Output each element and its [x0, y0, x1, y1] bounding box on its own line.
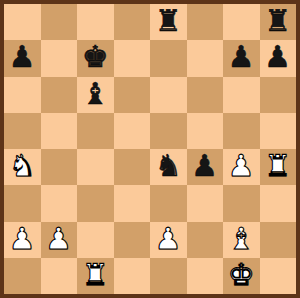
white-pawn-piece[interactable]: ♟ [228, 151, 255, 181]
square-c2[interactable] [77, 222, 114, 258]
square-b2[interactable]: ♟ [41, 222, 78, 258]
square-a8[interactable] [4, 4, 41, 40]
square-d5[interactable] [114, 113, 151, 149]
square-c5[interactable] [77, 113, 114, 149]
square-e5[interactable] [150, 113, 187, 149]
square-h2[interactable] [260, 222, 297, 258]
black-pawn-piece[interactable]: ♟ [264, 42, 291, 72]
square-c8[interactable] [77, 4, 114, 40]
square-a3[interactable] [4, 185, 41, 221]
square-d2[interactable] [114, 222, 151, 258]
white-rook-piece[interactable]: ♜ [264, 151, 291, 181]
square-a6[interactable] [4, 77, 41, 113]
square-b6[interactable] [41, 77, 78, 113]
white-pawn-piece[interactable]: ♟ [9, 224, 36, 254]
black-rook-piece[interactable]: ♜ [155, 6, 182, 36]
square-f4[interactable]: ♟ [187, 149, 224, 185]
square-e7[interactable] [150, 40, 187, 76]
square-a4[interactable]: ♞ [4, 149, 41, 185]
square-c1[interactable]: ♜ [77, 258, 114, 294]
square-e8[interactable]: ♜ [150, 4, 187, 40]
square-b4[interactable] [41, 149, 78, 185]
black-bishop-piece[interactable]: ♝ [82, 79, 109, 109]
square-g1[interactable]: ♚ [223, 258, 260, 294]
square-b3[interactable] [41, 185, 78, 221]
square-g4[interactable]: ♟ [223, 149, 260, 185]
black-knight-piece[interactable]: ♞ [155, 151, 182, 181]
square-c4[interactable] [77, 149, 114, 185]
square-b7[interactable] [41, 40, 78, 76]
square-h5[interactable] [260, 113, 297, 149]
square-b1[interactable] [41, 258, 78, 294]
square-a1[interactable] [4, 258, 41, 294]
square-h4[interactable]: ♜ [260, 149, 297, 185]
square-g2[interactable]: ♝ [223, 222, 260, 258]
square-a7[interactable]: ♟ [4, 40, 41, 76]
square-h6[interactable] [260, 77, 297, 113]
square-d3[interactable] [114, 185, 151, 221]
square-f1[interactable] [187, 258, 224, 294]
black-rook-piece[interactable]: ♜ [264, 6, 291, 36]
square-f2[interactable] [187, 222, 224, 258]
square-f8[interactable] [187, 4, 224, 40]
black-pawn-piece[interactable]: ♟ [228, 42, 255, 72]
square-e6[interactable] [150, 77, 187, 113]
black-pawn-piece[interactable]: ♟ [9, 42, 36, 72]
square-c3[interactable] [77, 185, 114, 221]
square-e2[interactable]: ♟ [150, 222, 187, 258]
black-king-piece[interactable]: ♚ [82, 42, 109, 72]
square-f6[interactable] [187, 77, 224, 113]
white-rook-piece[interactable]: ♜ [82, 260, 109, 290]
square-e1[interactable] [150, 258, 187, 294]
square-f3[interactable] [187, 185, 224, 221]
white-pawn-piece[interactable]: ♟ [45, 224, 72, 254]
white-knight-piece[interactable]: ♞ [9, 151, 36, 181]
square-d1[interactable] [114, 258, 151, 294]
square-d7[interactable] [114, 40, 151, 76]
square-e3[interactable] [150, 185, 187, 221]
square-g3[interactable] [223, 185, 260, 221]
square-e4[interactable]: ♞ [150, 149, 187, 185]
square-d6[interactable] [114, 77, 151, 113]
square-d4[interactable] [114, 149, 151, 185]
white-pawn-piece[interactable]: ♟ [155, 224, 182, 254]
square-g6[interactable] [223, 77, 260, 113]
square-f5[interactable] [187, 113, 224, 149]
square-h8[interactable]: ♜ [260, 4, 297, 40]
square-h1[interactable] [260, 258, 297, 294]
square-a2[interactable]: ♟ [4, 222, 41, 258]
black-pawn-piece[interactable]: ♟ [191, 151, 218, 181]
white-king-piece[interactable]: ♚ [228, 260, 255, 290]
chess-board: ♜♜♟♚♟♟♝♞♞♟♟♜♟♟♟♝♜♚ [4, 4, 296, 294]
square-h3[interactable] [260, 185, 297, 221]
chess-board-frame: ♜♜♟♚♟♟♝♞♞♟♟♜♟♟♟♝♜♚ [0, 0, 300, 298]
square-f7[interactable] [187, 40, 224, 76]
square-g5[interactable] [223, 113, 260, 149]
square-c6[interactable]: ♝ [77, 77, 114, 113]
square-b8[interactable] [41, 4, 78, 40]
square-d8[interactable] [114, 4, 151, 40]
square-h7[interactable]: ♟ [260, 40, 297, 76]
white-bishop-piece[interactable]: ♝ [228, 224, 255, 254]
square-g8[interactable] [223, 4, 260, 40]
square-a5[interactable] [4, 113, 41, 149]
square-c7[interactable]: ♚ [77, 40, 114, 76]
square-g7[interactable]: ♟ [223, 40, 260, 76]
square-b5[interactable] [41, 113, 78, 149]
